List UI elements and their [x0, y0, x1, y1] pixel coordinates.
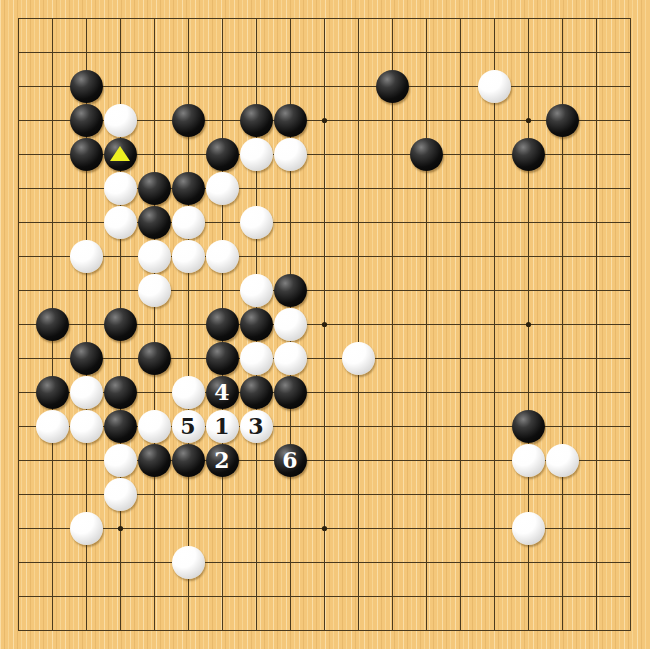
intersection[interactable]	[103, 477, 137, 511]
intersection[interactable]	[137, 1, 171, 35]
intersection[interactable]	[341, 103, 375, 137]
intersection[interactable]	[579, 239, 613, 273]
intersection[interactable]	[613, 375, 647, 409]
intersection[interactable]	[477, 511, 511, 545]
intersection[interactable]	[341, 171, 375, 205]
intersection[interactable]	[273, 375, 307, 409]
intersection[interactable]	[171, 341, 205, 375]
intersection[interactable]	[103, 443, 137, 477]
intersection[interactable]	[545, 409, 579, 443]
intersection[interactable]	[273, 103, 307, 137]
intersection[interactable]	[375, 69, 409, 103]
intersection[interactable]	[341, 1, 375, 35]
intersection[interactable]	[443, 35, 477, 69]
intersection[interactable]	[307, 69, 341, 103]
intersection[interactable]	[1, 375, 35, 409]
intersection[interactable]	[273, 1, 307, 35]
intersection[interactable]	[103, 511, 137, 545]
intersection[interactable]	[579, 613, 613, 647]
intersection[interactable]	[137, 545, 171, 579]
intersection[interactable]	[273, 69, 307, 103]
intersection[interactable]: 1	[205, 409, 239, 443]
intersection[interactable]	[205, 69, 239, 103]
intersection[interactable]	[137, 171, 171, 205]
intersection[interactable]	[341, 239, 375, 273]
intersection[interactable]	[171, 35, 205, 69]
intersection[interactable]	[35, 375, 69, 409]
intersection[interactable]	[477, 239, 511, 273]
intersection[interactable]	[443, 171, 477, 205]
intersection[interactable]	[511, 171, 545, 205]
intersection[interactable]	[375, 103, 409, 137]
intersection[interactable]	[477, 103, 511, 137]
intersection[interactable]	[137, 511, 171, 545]
intersection[interactable]	[239, 1, 273, 35]
intersection[interactable]	[579, 35, 613, 69]
intersection[interactable]	[171, 69, 205, 103]
intersection[interactable]	[579, 205, 613, 239]
intersection[interactable]	[511, 69, 545, 103]
intersection[interactable]	[103, 239, 137, 273]
intersection[interactable]	[409, 409, 443, 443]
intersection[interactable]	[409, 273, 443, 307]
intersection[interactable]	[443, 545, 477, 579]
intersection[interactable]	[103, 409, 137, 443]
intersection[interactable]	[409, 579, 443, 613]
intersection[interactable]	[205, 1, 239, 35]
intersection[interactable]	[69, 69, 103, 103]
intersection[interactable]	[409, 239, 443, 273]
intersection[interactable]	[171, 273, 205, 307]
intersection[interactable]	[307, 477, 341, 511]
intersection[interactable]	[239, 137, 273, 171]
intersection[interactable]	[35, 443, 69, 477]
intersection[interactable]	[375, 511, 409, 545]
intersection[interactable]	[239, 35, 273, 69]
intersection[interactable]	[103, 579, 137, 613]
intersection[interactable]	[341, 273, 375, 307]
intersection[interactable]	[103, 273, 137, 307]
intersection[interactable]	[239, 511, 273, 545]
intersection[interactable]	[69, 137, 103, 171]
intersection[interactable]	[239, 103, 273, 137]
intersection[interactable]	[1, 545, 35, 579]
intersection[interactable]	[35, 171, 69, 205]
intersection[interactable]	[341, 409, 375, 443]
intersection[interactable]	[409, 375, 443, 409]
intersection[interactable]	[137, 239, 171, 273]
intersection[interactable]	[511, 137, 545, 171]
intersection[interactable]	[579, 545, 613, 579]
intersection[interactable]	[205, 307, 239, 341]
intersection[interactable]	[35, 307, 69, 341]
intersection[interactable]	[137, 137, 171, 171]
intersection[interactable]	[35, 137, 69, 171]
intersection[interactable]	[137, 205, 171, 239]
intersection[interactable]	[341, 69, 375, 103]
intersection[interactable]	[239, 375, 273, 409]
intersection[interactable]	[375, 375, 409, 409]
intersection[interactable]	[1, 477, 35, 511]
intersection[interactable]	[545, 137, 579, 171]
intersection[interactable]	[477, 137, 511, 171]
intersection[interactable]	[35, 341, 69, 375]
intersection[interactable]	[239, 239, 273, 273]
intersection[interactable]	[341, 307, 375, 341]
intersection[interactable]	[307, 273, 341, 307]
intersection[interactable]	[613, 205, 647, 239]
intersection[interactable]	[443, 443, 477, 477]
intersection[interactable]	[545, 477, 579, 511]
intersection[interactable]	[375, 273, 409, 307]
intersection[interactable]	[579, 341, 613, 375]
intersection[interactable]	[1, 137, 35, 171]
intersection[interactable]	[205, 35, 239, 69]
intersection[interactable]	[273, 273, 307, 307]
intersection[interactable]	[35, 409, 69, 443]
intersection[interactable]	[443, 579, 477, 613]
intersection[interactable]	[613, 443, 647, 477]
intersection[interactable]	[511, 477, 545, 511]
intersection[interactable]	[239, 341, 273, 375]
intersection[interactable]	[307, 613, 341, 647]
intersection[interactable]	[69, 375, 103, 409]
intersection[interactable]	[545, 239, 579, 273]
intersection[interactable]	[1, 409, 35, 443]
intersection[interactable]: 6	[273, 443, 307, 477]
intersection[interactable]	[205, 477, 239, 511]
intersection[interactable]	[375, 137, 409, 171]
intersection[interactable]	[341, 341, 375, 375]
intersection[interactable]	[613, 171, 647, 205]
intersection[interactable]	[579, 307, 613, 341]
intersection[interactable]	[375, 341, 409, 375]
intersection[interactable]	[613, 103, 647, 137]
intersection[interactable]	[273, 613, 307, 647]
intersection[interactable]	[511, 443, 545, 477]
intersection[interactable]	[375, 35, 409, 69]
intersection[interactable]	[35, 1, 69, 35]
intersection[interactable]	[545, 341, 579, 375]
intersection[interactable]	[511, 1, 545, 35]
intersection[interactable]	[375, 1, 409, 35]
intersection[interactable]	[409, 545, 443, 579]
intersection[interactable]	[307, 443, 341, 477]
intersection[interactable]	[103, 35, 137, 69]
intersection[interactable]	[341, 205, 375, 239]
intersection[interactable]	[1, 613, 35, 647]
intersection[interactable]	[511, 103, 545, 137]
intersection[interactable]	[477, 307, 511, 341]
intersection[interactable]	[69, 545, 103, 579]
intersection[interactable]	[239, 545, 273, 579]
intersection[interactable]	[443, 137, 477, 171]
intersection[interactable]	[35, 69, 69, 103]
intersection[interactable]	[545, 35, 579, 69]
intersection[interactable]	[239, 613, 273, 647]
intersection[interactable]	[35, 239, 69, 273]
intersection[interactable]	[103, 307, 137, 341]
intersection[interactable]	[137, 35, 171, 69]
intersection[interactable]	[443, 273, 477, 307]
intersection[interactable]	[443, 341, 477, 375]
intersection[interactable]	[69, 307, 103, 341]
intersection[interactable]	[307, 545, 341, 579]
intersection[interactable]	[171, 205, 205, 239]
intersection[interactable]	[35, 511, 69, 545]
intersection[interactable]	[613, 409, 647, 443]
intersection[interactable]	[341, 545, 375, 579]
intersection[interactable]	[307, 239, 341, 273]
intersection[interactable]	[375, 613, 409, 647]
intersection[interactable]	[171, 443, 205, 477]
intersection[interactable]	[579, 375, 613, 409]
intersection[interactable]	[205, 341, 239, 375]
intersection[interactable]	[205, 545, 239, 579]
intersection[interactable]	[477, 443, 511, 477]
intersection[interactable]	[579, 171, 613, 205]
intersection[interactable]	[69, 341, 103, 375]
intersection[interactable]	[511, 545, 545, 579]
intersection[interactable]	[511, 35, 545, 69]
intersection[interactable]	[171, 1, 205, 35]
intersection[interactable]	[69, 511, 103, 545]
intersection[interactable]	[273, 35, 307, 69]
intersection[interactable]	[579, 1, 613, 35]
intersection[interactable]	[375, 443, 409, 477]
intersection[interactable]	[307, 171, 341, 205]
intersection[interactable]	[511, 341, 545, 375]
intersection[interactable]	[1, 205, 35, 239]
intersection[interactable]	[171, 103, 205, 137]
intersection[interactable]	[477, 545, 511, 579]
intersection[interactable]	[69, 613, 103, 647]
intersection[interactable]	[1, 273, 35, 307]
intersection[interactable]	[239, 273, 273, 307]
intersection[interactable]	[103, 1, 137, 35]
intersection[interactable]	[239, 307, 273, 341]
intersection[interactable]	[171, 171, 205, 205]
intersection[interactable]	[307, 137, 341, 171]
intersection[interactable]	[137, 103, 171, 137]
intersection[interactable]	[307, 341, 341, 375]
intersection[interactable]	[511, 511, 545, 545]
intersection[interactable]	[341, 477, 375, 511]
intersection[interactable]	[103, 171, 137, 205]
intersection[interactable]	[35, 103, 69, 137]
intersection[interactable]	[443, 1, 477, 35]
intersection[interactable]	[103, 69, 137, 103]
intersection[interactable]	[375, 409, 409, 443]
intersection[interactable]: 2	[205, 443, 239, 477]
intersection[interactable]	[579, 103, 613, 137]
intersection[interactable]	[69, 1, 103, 35]
intersection[interactable]	[273, 409, 307, 443]
intersection[interactable]	[545, 307, 579, 341]
intersection[interactable]	[35, 205, 69, 239]
intersection[interactable]	[205, 103, 239, 137]
intersection[interactable]	[273, 137, 307, 171]
intersection[interactable]	[137, 273, 171, 307]
intersection[interactable]	[239, 477, 273, 511]
intersection[interactable]	[69, 579, 103, 613]
intersection[interactable]	[579, 273, 613, 307]
intersection[interactable]	[273, 545, 307, 579]
intersection[interactable]	[137, 613, 171, 647]
intersection[interactable]	[137, 69, 171, 103]
intersection[interactable]	[477, 69, 511, 103]
intersection[interactable]	[1, 69, 35, 103]
intersection[interactable]: 4	[205, 375, 239, 409]
intersection[interactable]	[477, 205, 511, 239]
intersection[interactable]	[579, 443, 613, 477]
intersection[interactable]	[239, 171, 273, 205]
intersection[interactable]	[375, 239, 409, 273]
intersection[interactable]	[477, 477, 511, 511]
intersection[interactable]	[171, 375, 205, 409]
intersection[interactable]	[171, 511, 205, 545]
intersection[interactable]	[409, 205, 443, 239]
intersection[interactable]	[545, 443, 579, 477]
intersection[interactable]	[511, 375, 545, 409]
intersection[interactable]	[171, 579, 205, 613]
intersection[interactable]	[137, 579, 171, 613]
intersection[interactable]	[409, 171, 443, 205]
intersection[interactable]	[409, 137, 443, 171]
intersection[interactable]	[341, 443, 375, 477]
intersection[interactable]	[273, 239, 307, 273]
intersection[interactable]	[1, 171, 35, 205]
intersection[interactable]	[307, 409, 341, 443]
intersection[interactable]	[511, 409, 545, 443]
intersection[interactable]	[613, 35, 647, 69]
intersection[interactable]	[375, 171, 409, 205]
intersection[interactable]	[205, 205, 239, 239]
intersection[interactable]	[1, 443, 35, 477]
intersection[interactable]	[273, 307, 307, 341]
intersection[interactable]	[545, 171, 579, 205]
intersection[interactable]	[103, 545, 137, 579]
intersection[interactable]	[273, 205, 307, 239]
intersection[interactable]	[409, 35, 443, 69]
intersection[interactable]	[137, 477, 171, 511]
intersection[interactable]	[409, 341, 443, 375]
intersection[interactable]	[307, 1, 341, 35]
intersection[interactable]	[171, 239, 205, 273]
intersection[interactable]	[307, 511, 341, 545]
intersection[interactable]	[443, 307, 477, 341]
intersection[interactable]	[579, 579, 613, 613]
intersection[interactable]	[1, 103, 35, 137]
intersection[interactable]	[579, 409, 613, 443]
intersection[interactable]	[103, 205, 137, 239]
intersection[interactable]	[409, 613, 443, 647]
intersection[interactable]	[443, 375, 477, 409]
intersection[interactable]	[239, 69, 273, 103]
intersection[interactable]	[273, 579, 307, 613]
intersection[interactable]	[511, 579, 545, 613]
intersection[interactable]	[443, 239, 477, 273]
intersection[interactable]	[477, 273, 511, 307]
intersection[interactable]	[35, 545, 69, 579]
intersection[interactable]	[511, 307, 545, 341]
intersection[interactable]	[137, 341, 171, 375]
intersection[interactable]	[137, 375, 171, 409]
intersection[interactable]	[613, 273, 647, 307]
intersection[interactable]	[205, 511, 239, 545]
intersection[interactable]	[613, 1, 647, 35]
intersection[interactable]	[477, 341, 511, 375]
intersection[interactable]	[137, 307, 171, 341]
intersection[interactable]	[477, 613, 511, 647]
intersection[interactable]	[579, 477, 613, 511]
intersection[interactable]	[69, 273, 103, 307]
intersection[interactable]	[103, 103, 137, 137]
intersection[interactable]	[443, 409, 477, 443]
intersection[interactable]	[477, 171, 511, 205]
intersection[interactable]	[443, 103, 477, 137]
intersection[interactable]	[477, 409, 511, 443]
intersection[interactable]	[307, 103, 341, 137]
intersection[interactable]	[477, 375, 511, 409]
intersection[interactable]	[171, 545, 205, 579]
intersection[interactable]	[239, 443, 273, 477]
intersection[interactable]	[273, 341, 307, 375]
intersection[interactable]	[443, 477, 477, 511]
intersection[interactable]	[273, 477, 307, 511]
intersection[interactable]	[341, 137, 375, 171]
intersection[interactable]	[409, 103, 443, 137]
intersection[interactable]	[545, 545, 579, 579]
intersection[interactable]	[341, 613, 375, 647]
intersection[interactable]	[1, 511, 35, 545]
intersection[interactable]	[613, 137, 647, 171]
intersection[interactable]	[307, 375, 341, 409]
intersection[interactable]	[205, 579, 239, 613]
intersection[interactable]	[409, 511, 443, 545]
intersection[interactable]	[477, 579, 511, 613]
intersection[interactable]	[341, 579, 375, 613]
intersection[interactable]	[205, 273, 239, 307]
intersection[interactable]	[545, 69, 579, 103]
intersection[interactable]: 5	[171, 409, 205, 443]
intersection[interactable]	[409, 443, 443, 477]
intersection[interactable]	[511, 613, 545, 647]
intersection[interactable]	[613, 545, 647, 579]
intersection[interactable]	[613, 307, 647, 341]
intersection[interactable]	[613, 613, 647, 647]
intersection[interactable]	[613, 341, 647, 375]
intersection[interactable]	[375, 205, 409, 239]
intersection[interactable]	[103, 613, 137, 647]
intersection[interactable]	[443, 511, 477, 545]
intersection[interactable]	[103, 375, 137, 409]
intersection[interactable]	[545, 613, 579, 647]
intersection[interactable]	[171, 613, 205, 647]
intersection[interactable]	[137, 443, 171, 477]
intersection[interactable]	[409, 69, 443, 103]
intersection[interactable]	[273, 171, 307, 205]
intersection[interactable]	[409, 307, 443, 341]
intersection[interactable]: 3	[239, 409, 273, 443]
intersection[interactable]	[545, 1, 579, 35]
intersection[interactable]	[443, 205, 477, 239]
intersection[interactable]	[375, 545, 409, 579]
intersection[interactable]	[511, 273, 545, 307]
intersection[interactable]	[171, 137, 205, 171]
intersection[interactable]	[69, 205, 103, 239]
intersection[interactable]	[477, 1, 511, 35]
